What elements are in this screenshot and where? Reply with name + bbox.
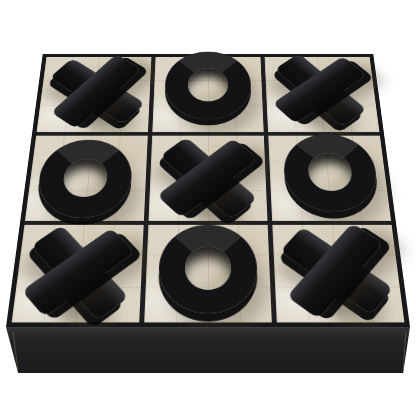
piece-o[interactable] [157, 225, 258, 314]
piece-o[interactable] [282, 134, 381, 211]
piece-x[interactable] [48, 49, 148, 136]
piece-o[interactable] [164, 52, 252, 120]
tic-tac-toe-board [6, 54, 410, 327]
product-photo [0, 0, 416, 416]
piece-x[interactable] [154, 132, 259, 224]
piece-x[interactable] [270, 48, 367, 132]
board-base-front [6, 327, 410, 373]
cell-2-0[interactable] [12, 225, 144, 323]
board-grid [6, 54, 410, 327]
cell-1-2[interactable] [268, 136, 391, 221]
cell-2-2[interactable] [272, 225, 404, 323]
piece-o[interactable] [35, 140, 134, 218]
base-stitch-line [13, 332, 19, 370]
cell-1-1[interactable] [149, 136, 268, 221]
cell-0-2[interactable] [265, 57, 380, 132]
cell-0-0[interactable] [37, 57, 152, 132]
cell-0-1[interactable] [152, 57, 263, 132]
piece-x[interactable] [14, 219, 138, 328]
base-stitch-line [403, 332, 407, 370]
cell-2-1[interactable] [144, 225, 272, 323]
piece-x[interactable] [275, 216, 401, 326]
cell-1-0[interactable] [25, 136, 148, 221]
